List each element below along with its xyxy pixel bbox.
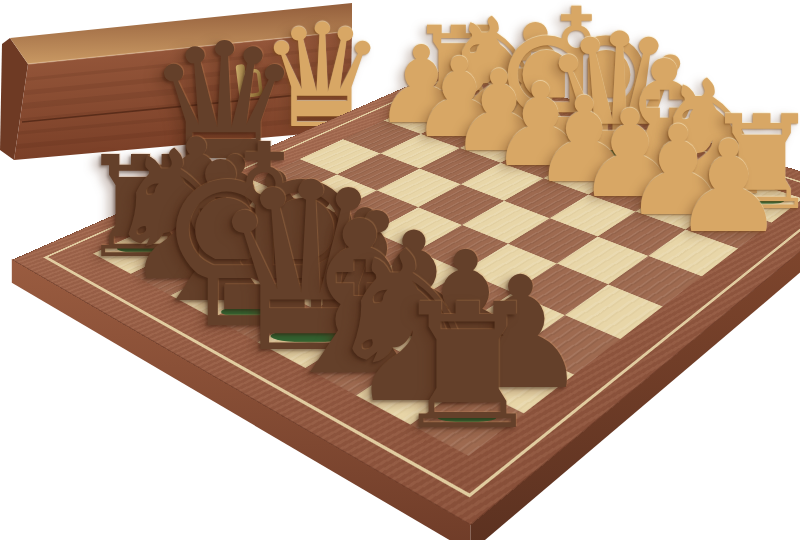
pieces-layer: ♜♞♝♛♚♝♞♜♟♟♟♟♟♟♟♟♟♟♟♟♟♟♟♟♜♞♝♛♚♝♞♜: [0, 0, 800, 540]
white-pawn-glyph: ♟: [672, 124, 786, 251]
chess-set-photo-stage: ♛ ♛ ♜♞♝♛♚♝♞♜♟♟♟♟♟♟♟♟♟♟♟♟♟♟♟♟♜♞♝♛♚♝♞♜: [0, 0, 800, 540]
black-rook-glyph: ♜: [390, 281, 545, 454]
